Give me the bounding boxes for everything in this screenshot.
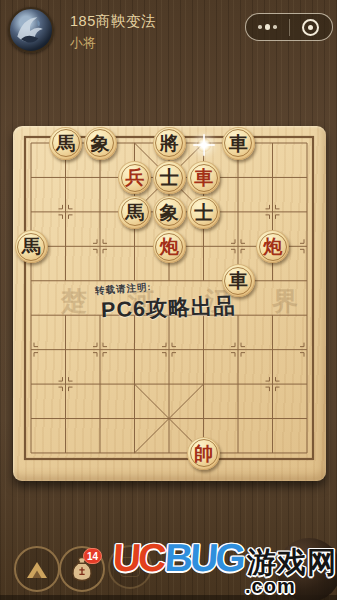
piece-label: 兵 <box>125 168 144 187</box>
board-cell[interactable] <box>49 264 84 298</box>
board-cell[interactable] <box>221 436 256 470</box>
board-cell[interactable] <box>83 160 118 194</box>
logo-com: .com <box>245 575 296 598</box>
piece-label: 馬 <box>125 203 144 222</box>
board-cell[interactable] <box>187 229 222 263</box>
board-cell[interactable] <box>118 333 153 367</box>
board-cell[interactable] <box>290 195 325 229</box>
board-cell[interactable] <box>256 160 291 194</box>
board-cell[interactable]: 車 <box>221 126 256 160</box>
board-cell[interactable] <box>187 367 222 401</box>
board-cell[interactable] <box>221 195 256 229</box>
board-cell[interactable] <box>49 298 84 332</box>
board-cell[interactable] <box>49 333 84 367</box>
board-cell[interactable] <box>152 367 187 401</box>
target-circle-icon[interactable] <box>289 14 332 40</box>
board-cell[interactable]: 馬 <box>118 195 153 229</box>
board-cell[interactable] <box>14 298 49 332</box>
piece-label: 炮 <box>160 237 179 256</box>
board-cell[interactable] <box>290 264 325 298</box>
wechat-capsule <box>245 13 333 41</box>
board-cell[interactable] <box>118 367 153 401</box>
watermark-brand: PC6攻略出品 <box>101 291 237 325</box>
board-cell[interactable] <box>256 264 291 298</box>
board-cell[interactable]: 炮 <box>256 229 291 263</box>
board-cell[interactable] <box>256 436 291 470</box>
site-watermark: UCBUG游戏网 .com <box>113 538 337 583</box>
dot <box>273 25 277 29</box>
dot <box>258 25 262 29</box>
board-cell[interactable] <box>118 402 153 436</box>
target-ring <box>302 19 319 36</box>
board-cell[interactable] <box>14 195 49 229</box>
board-cell[interactable] <box>14 436 49 470</box>
board-cell[interactable] <box>14 264 49 298</box>
chevron-up-icon <box>23 558 51 580</box>
board-cell[interactable] <box>152 333 187 367</box>
piece-label: 車 <box>194 168 213 187</box>
logo-bug: BUG <box>164 538 245 579</box>
board-cell[interactable] <box>14 402 49 436</box>
board-cell[interactable] <box>118 229 153 263</box>
board-cell[interactable]: 馬 <box>14 229 49 263</box>
board-cell[interactable] <box>118 436 153 470</box>
board-cell[interactable] <box>290 436 325 470</box>
board-cell[interactable]: 車 <box>187 160 222 194</box>
board-cell[interactable] <box>49 367 84 401</box>
board-cell[interactable] <box>49 402 84 436</box>
dot <box>265 24 271 30</box>
target-dot <box>308 25 313 30</box>
piece-black[interactable]: 馬 <box>49 127 82 160</box>
board-cell[interactable] <box>290 298 325 332</box>
more-dots-icon[interactable] <box>246 14 289 40</box>
piece-black[interactable]: 車 <box>222 127 255 160</box>
board-cell[interactable] <box>14 160 49 194</box>
board-cell[interactable] <box>256 126 291 160</box>
board-cell[interactable] <box>221 160 256 194</box>
badge-count: 14 <box>83 548 102 564</box>
board-cell[interactable] <box>49 195 84 229</box>
board-cell[interactable]: 帥 <box>187 436 222 470</box>
piece-red[interactable]: 帥 <box>187 437 220 470</box>
board-cell[interactable] <box>49 160 84 194</box>
board-cell[interactable] <box>256 195 291 229</box>
piece-black[interactable]: 象 <box>84 127 117 160</box>
piece-black[interactable]: 將 <box>153 127 186 160</box>
avatar-art <box>10 9 52 51</box>
board-cell[interactable] <box>152 436 187 470</box>
piece-label: 炮 <box>263 237 282 256</box>
board-cell[interactable]: 士 <box>187 195 222 229</box>
board-cell[interactable] <box>83 229 118 263</box>
piece-label: 將 <box>160 134 179 153</box>
piece-label: 士 <box>160 168 179 187</box>
piece-red[interactable]: 車 <box>187 161 220 194</box>
piece-label: 車 <box>229 271 248 290</box>
piece-red[interactable]: 炮 <box>153 230 186 263</box>
piece-black[interactable]: 士 <box>187 196 220 229</box>
board-cell[interactable] <box>83 436 118 470</box>
board-cell[interactable] <box>256 367 291 401</box>
board-cell[interactable] <box>152 402 187 436</box>
board-cell[interactable] <box>256 333 291 367</box>
board-cell[interactable] <box>290 229 325 263</box>
board-cell[interactable] <box>187 126 222 160</box>
board-cell[interactable]: 炮 <box>152 229 187 263</box>
board-cell[interactable]: 兵 <box>118 160 153 194</box>
piece-label: 車 <box>229 134 248 153</box>
logo-uc: UC <box>112 538 165 579</box>
board-cell[interactable] <box>83 367 118 401</box>
move-indicator-sparkle <box>197 138 211 152</box>
board-cell[interactable] <box>118 126 153 160</box>
board-cell[interactable] <box>49 436 84 470</box>
board-cell[interactable] <box>290 126 325 160</box>
piece-black[interactable]: 士 <box>153 161 186 194</box>
board-cell[interactable] <box>49 229 84 263</box>
board-cell[interactable] <box>83 333 118 367</box>
piece-label: 象 <box>91 134 110 153</box>
board-cell[interactable] <box>290 333 325 367</box>
board-cell[interactable] <box>256 402 291 436</box>
page-subtitle: 小将 <box>70 34 96 52</box>
piece-label: 帥 <box>194 444 213 463</box>
board-cell[interactable]: 士 <box>152 160 187 194</box>
avatar[interactable] <box>8 7 54 53</box>
page-title: 185商鞅变法 <box>70 12 156 31</box>
site-watermark-row: UCBUG游戏网 <box>113 538 337 583</box>
piece-label: 馬 <box>56 134 75 153</box>
piece-black[interactable]: 象 <box>153 196 186 229</box>
menu-up-button[interactable] <box>14 546 60 592</box>
board-cell[interactable]: 將 <box>152 126 187 160</box>
piece-red[interactable]: 炮 <box>256 230 289 263</box>
board-cell[interactable] <box>14 126 49 160</box>
piece-black[interactable]: 馬 <box>118 196 151 229</box>
board-panel: 楚 河 汉 界 馬象將車兵士車馬象士馬炮炮車帥 转载请注明: PC6攻略出品 <box>13 126 326 481</box>
board-cell[interactable] <box>290 160 325 194</box>
board-cell[interactable] <box>221 367 256 401</box>
piece-label: 象 <box>160 203 179 222</box>
piece-black[interactable]: 馬 <box>15 230 48 263</box>
board-cell[interactable] <box>187 333 222 367</box>
board-cell[interactable] <box>221 402 256 436</box>
board-cell[interactable]: 象 <box>83 126 118 160</box>
board-cell[interactable] <box>14 367 49 401</box>
piece-label: 馬 <box>22 237 41 256</box>
board-cell[interactable] <box>290 367 325 401</box>
board-cell[interactable] <box>83 195 118 229</box>
board-cell[interactable] <box>221 229 256 263</box>
board-cell[interactable] <box>290 402 325 436</box>
board-cell[interactable] <box>14 333 49 367</box>
board-cell[interactable] <box>221 333 256 367</box>
piece-red[interactable]: 兵 <box>118 161 151 194</box>
app-screen: 185商鞅变法 小将 楚 河 汉 界 馬象將車兵士車馬象士馬炮炮車帥 转载请注明… <box>0 0 337 600</box>
board-cell[interactable]: 馬 <box>49 126 84 160</box>
board-cell[interactable]: 象 <box>152 195 187 229</box>
board-cell[interactable] <box>256 298 291 332</box>
piece-label: 士 <box>194 203 213 222</box>
board-cell[interactable] <box>187 402 222 436</box>
board-cell[interactable] <box>83 402 118 436</box>
